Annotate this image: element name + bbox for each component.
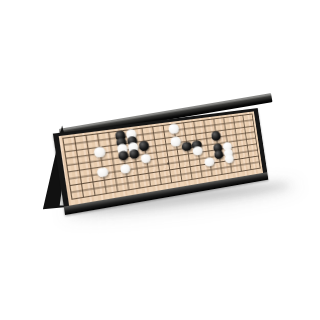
go-stone-black — [117, 150, 129, 161]
go-stone-white — [97, 167, 109, 178]
go-stone-white — [119, 163, 131, 174]
go-stone-white — [94, 147, 106, 158]
go-stone-white — [168, 124, 179, 134]
product-photo — [0, 0, 320, 320]
star-point — [167, 162, 170, 164]
go-stone-white — [170, 136, 181, 146]
go-stone-black — [213, 149, 224, 159]
go-stone-black — [128, 149, 140, 160]
go-stone-black — [138, 141, 150, 152]
go-stone-black — [211, 131, 222, 141]
go-stone-white — [140, 154, 152, 165]
go-stone-white — [192, 146, 203, 156]
go-stone-black — [181, 141, 192, 151]
go-stone-white — [224, 154, 235, 164]
go-stone-white — [204, 157, 215, 167]
